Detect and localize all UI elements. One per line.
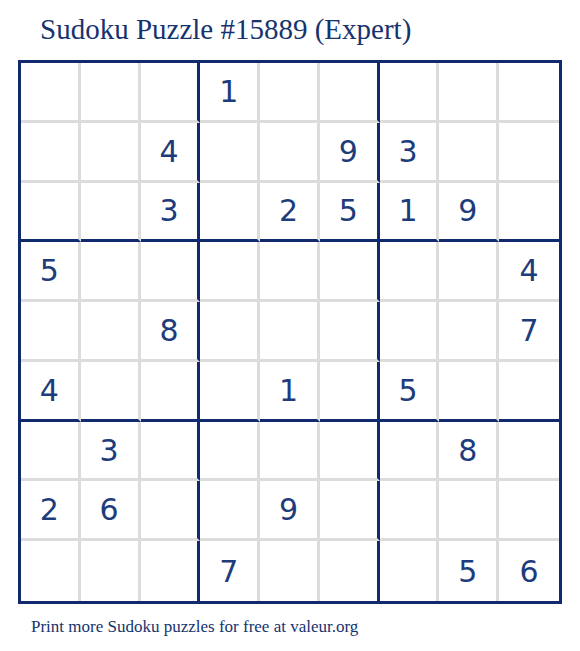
- sudoku-cell-r7c1[interactable]: [21, 422, 81, 482]
- sudoku-cell-r1c7[interactable]: [380, 63, 440, 123]
- sudoku-cell-r4c9[interactable]: 4: [499, 242, 559, 302]
- sudoku-cell-r2c7[interactable]: 3: [380, 123, 440, 183]
- sudoku-cell-r3c8[interactable]: 9: [439, 183, 499, 243]
- sudoku-cell-r5c7[interactable]: [380, 302, 440, 362]
- sudoku-cell-r6c6[interactable]: [320, 362, 380, 422]
- sudoku-cell-r2c4[interactable]: [200, 123, 260, 183]
- sudoku-cell-r1c9[interactable]: [499, 63, 559, 123]
- sudoku-cell-r3c1[interactable]: [21, 183, 81, 243]
- sudoku-cell-r7c6[interactable]: [320, 422, 380, 482]
- sudoku-cell-r5c3[interactable]: 8: [141, 302, 201, 362]
- footer-credit: Print more Sudoku puzzles for free at va…: [31, 617, 358, 637]
- sudoku-cell-r8c1[interactable]: 2: [21, 481, 81, 541]
- sudoku-cell-r8c3[interactable]: [141, 481, 201, 541]
- sudoku-cell-r5c4[interactable]: [200, 302, 260, 362]
- sudoku-cell-r3c6[interactable]: 5: [320, 183, 380, 243]
- sudoku-cell-r8c5[interactable]: 9: [260, 481, 320, 541]
- sudoku-cell-r1c6[interactable]: [320, 63, 380, 123]
- sudoku-cell-r6c2[interactable]: [81, 362, 141, 422]
- sudoku-cell-r9c1[interactable]: [21, 541, 81, 601]
- sudoku-cell-r7c7[interactable]: [380, 422, 440, 482]
- sudoku-cell-r3c4[interactable]: [200, 183, 260, 243]
- sudoku-cell-r4c1[interactable]: 5: [21, 242, 81, 302]
- sudoku-board: 149332519548741538269756: [18, 60, 562, 604]
- sudoku-cell-r9c4[interactable]: 7: [200, 541, 260, 601]
- sudoku-cell-r6c9[interactable]: [499, 362, 559, 422]
- sudoku-cell-r2c3[interactable]: 4: [141, 123, 201, 183]
- sudoku-cell-r9c7[interactable]: [380, 541, 440, 601]
- sudoku-cell-r1c3[interactable]: [141, 63, 201, 123]
- sudoku-cell-r8c2[interactable]: 6: [81, 481, 141, 541]
- sudoku-cell-r6c3[interactable]: [141, 362, 201, 422]
- sudoku-cell-r6c4[interactable]: [200, 362, 260, 422]
- sudoku-cell-r2c1[interactable]: [21, 123, 81, 183]
- sudoku-cell-r5c1[interactable]: [21, 302, 81, 362]
- sudoku-cell-r1c1[interactable]: [21, 63, 81, 123]
- sudoku-cell-r3c5[interactable]: 2: [260, 183, 320, 243]
- sudoku-cell-r7c3[interactable]: [141, 422, 201, 482]
- sudoku-cell-r4c5[interactable]: [260, 242, 320, 302]
- page-title: Sudoku Puzzle #15889 (Expert): [40, 13, 411, 46]
- sudoku-cell-r7c8[interactable]: 8: [439, 422, 499, 482]
- sudoku-cell-r9c9[interactable]: 6: [499, 541, 559, 601]
- sudoku-cell-r7c2[interactable]: 3: [81, 422, 141, 482]
- sudoku-cell-r2c2[interactable]: [81, 123, 141, 183]
- sudoku-cell-r4c8[interactable]: [439, 242, 499, 302]
- sudoku-cell-r6c7[interactable]: 5: [380, 362, 440, 422]
- sudoku-cell-r5c2[interactable]: [81, 302, 141, 362]
- sudoku-cell-r4c7[interactable]: [380, 242, 440, 302]
- sudoku-cell-r5c9[interactable]: 7: [499, 302, 559, 362]
- sudoku-cell-r1c2[interactable]: [81, 63, 141, 123]
- sudoku-cell-r6c1[interactable]: 4: [21, 362, 81, 422]
- sudoku-cell-r7c5[interactable]: [260, 422, 320, 482]
- sudoku-cell-r4c3[interactable]: [141, 242, 201, 302]
- sudoku-cell-r9c2[interactable]: [81, 541, 141, 601]
- sudoku-cell-r3c2[interactable]: [81, 183, 141, 243]
- sudoku-cell-r8c9[interactable]: [499, 481, 559, 541]
- sudoku-cell-r2c8[interactable]: [439, 123, 499, 183]
- sudoku-cell-r4c2[interactable]: [81, 242, 141, 302]
- sudoku-cell-r8c8[interactable]: [439, 481, 499, 541]
- sudoku-cell-r3c3[interactable]: 3: [141, 183, 201, 243]
- sudoku-cell-r4c6[interactable]: [320, 242, 380, 302]
- sudoku-cell-r5c6[interactable]: [320, 302, 380, 362]
- sudoku-cell-r9c6[interactable]: [320, 541, 380, 601]
- sudoku-cell-r1c5[interactable]: [260, 63, 320, 123]
- sudoku-cell-r7c4[interactable]: [200, 422, 260, 482]
- sudoku-cell-r1c4[interactable]: 1: [200, 63, 260, 123]
- sudoku-cell-r4c4[interactable]: [200, 242, 260, 302]
- sudoku-cell-r9c8[interactable]: 5: [439, 541, 499, 601]
- sudoku-cell-r8c6[interactable]: [320, 481, 380, 541]
- sudoku-cell-r3c7[interactable]: 1: [380, 183, 440, 243]
- sudoku-cell-r5c8[interactable]: [439, 302, 499, 362]
- sudoku-cell-r9c3[interactable]: [141, 541, 201, 601]
- sudoku-cell-r9c5[interactable]: [260, 541, 320, 601]
- sudoku-cell-r3c9[interactable]: [499, 183, 559, 243]
- sudoku-cell-r6c5[interactable]: 1: [260, 362, 320, 422]
- sudoku-cell-r8c7[interactable]: [380, 481, 440, 541]
- sudoku-cell-r2c5[interactable]: [260, 123, 320, 183]
- sudoku-cell-r2c6[interactable]: 9: [320, 123, 380, 183]
- sudoku-cell-r6c8[interactable]: [439, 362, 499, 422]
- sudoku-cell-r1c8[interactable]: [439, 63, 499, 123]
- sudoku-cell-r5c5[interactable]: [260, 302, 320, 362]
- sudoku-cell-r2c9[interactable]: [499, 123, 559, 183]
- sudoku-cell-r8c4[interactable]: [200, 481, 260, 541]
- sudoku-cell-r7c9[interactable]: [499, 422, 559, 482]
